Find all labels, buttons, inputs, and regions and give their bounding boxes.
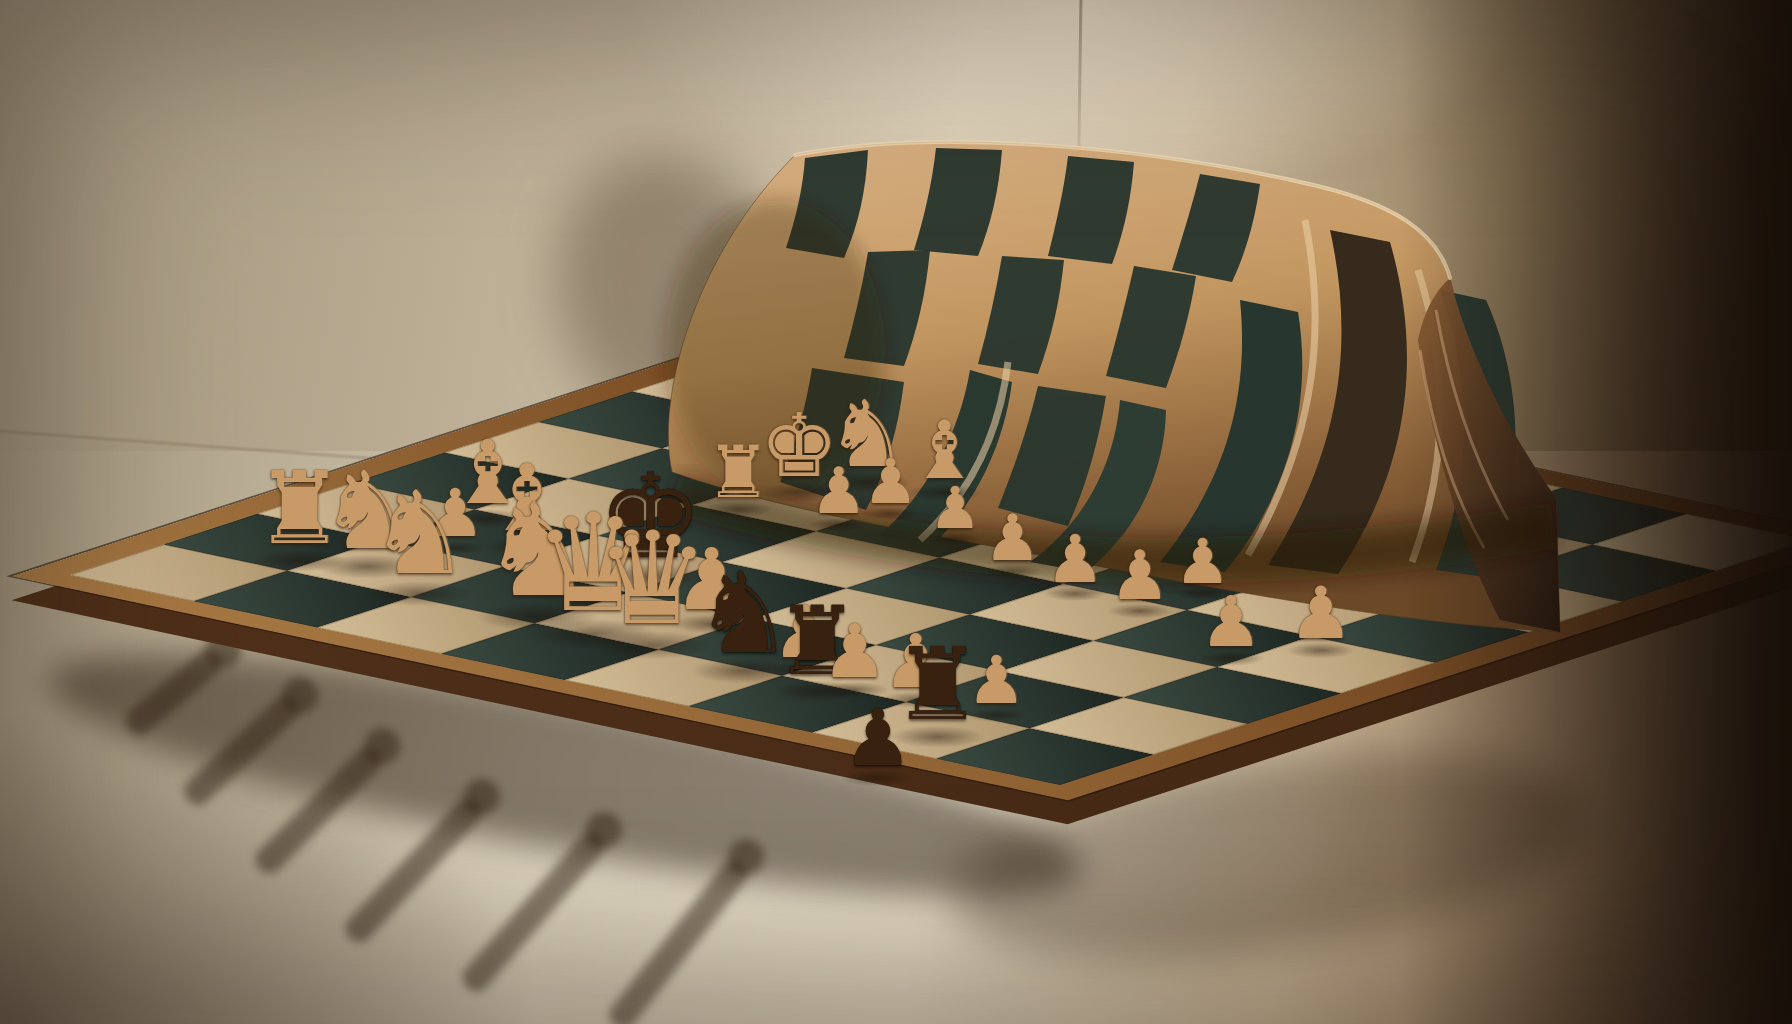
- scene: ♞♚♝♜♟♝♟♟♝♟♜♞♚♟♞♟♟♞♟♟♛♛♟♟♞♟♜♟♟♟♜♟: [0, 0, 1792, 1024]
- curl-inner-shade: [665, 200, 885, 500]
- warped-board-wave: [600, 100, 1600, 640]
